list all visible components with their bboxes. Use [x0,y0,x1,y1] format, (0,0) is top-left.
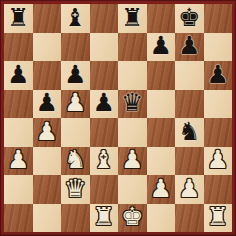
square-e3[interactable]: ♟ [118,147,147,176]
square-d8[interactable] [90,4,119,33]
square-b3[interactable] [33,147,62,176]
square-h3[interactable]: ♟ [204,147,233,176]
square-h1[interactable]: ♜ [204,204,233,233]
square-g5[interactable] [175,90,204,119]
square-c1[interactable] [61,204,90,233]
square-b6[interactable] [33,61,62,90]
square-h2[interactable] [204,175,233,204]
piece-black-pawn[interactable]: ♟ [150,33,172,58]
piece-black-queen[interactable]: ♛ [121,90,143,115]
square-d4[interactable] [90,118,119,147]
piece-black-pawn[interactable]: ♟ [36,90,58,115]
square-d3[interactable]: ♝ [90,147,119,176]
square-c8[interactable]: ♝ [61,4,90,33]
square-c4[interactable] [61,118,90,147]
square-g8[interactable]: ♚ [175,4,204,33]
square-f1[interactable] [147,204,176,233]
square-d2[interactable] [90,175,119,204]
piece-black-king[interactable]: ♚ [178,5,200,30]
square-g4[interactable]: ♞ [175,118,204,147]
square-b2[interactable] [33,175,62,204]
square-f8[interactable] [147,4,176,33]
square-g3[interactable] [175,147,204,176]
square-e4[interactable] [118,118,147,147]
square-f4[interactable] [147,118,176,147]
piece-black-pawn[interactable]: ♟ [93,90,115,115]
square-g6[interactable] [175,61,204,90]
square-c3[interactable]: ♞ [61,147,90,176]
piece-black-pawn[interactable]: ♟ [178,33,200,58]
square-h6[interactable]: ♟ [204,61,233,90]
square-b8[interactable] [33,4,62,33]
square-b1[interactable] [33,204,62,233]
piece-white-pawn[interactable]: ♟ [178,176,200,201]
square-a7[interactable] [4,33,33,62]
square-d1[interactable]: ♜ [90,204,119,233]
board: ♜♝♜♚♟♟♟♟♟♟♟♟♛♟♞♟♞♝♟♟♛♟♟♜♚♜ [4,4,232,232]
square-h4[interactable] [204,118,233,147]
square-a5[interactable] [4,90,33,119]
piece-white-bishop[interactable]: ♝ [93,147,115,172]
square-a6[interactable]: ♟ [4,61,33,90]
piece-black-pawn[interactable]: ♟ [64,62,86,87]
square-e6[interactable] [118,61,147,90]
piece-white-pawn[interactable]: ♟ [150,176,172,201]
piece-white-pawn[interactable]: ♟ [121,147,143,172]
square-g1[interactable] [175,204,204,233]
square-b4[interactable]: ♟ [33,118,62,147]
piece-white-king[interactable]: ♚ [121,204,143,229]
square-e2[interactable] [118,175,147,204]
piece-white-pawn[interactable]: ♟ [36,119,58,144]
piece-black-rook[interactable]: ♜ [7,5,29,30]
piece-white-knight[interactable]: ♞ [64,147,86,172]
square-a3[interactable]: ♟ [4,147,33,176]
square-d5[interactable]: ♟ [90,90,119,119]
piece-white-pawn[interactable]: ♟ [7,147,29,172]
piece-white-pawn[interactable]: ♟ [64,90,86,115]
square-b7[interactable] [33,33,62,62]
square-f2[interactable]: ♟ [147,175,176,204]
square-f7[interactable]: ♟ [147,33,176,62]
square-f3[interactable] [147,147,176,176]
square-c2[interactable]: ♛ [61,175,90,204]
piece-black-bishop[interactable]: ♝ [64,5,86,30]
piece-black-pawn[interactable]: ♟ [7,62,29,87]
square-h7[interactable] [204,33,233,62]
piece-black-knight[interactable]: ♞ [178,119,200,144]
square-e1[interactable]: ♚ [118,204,147,233]
piece-white-rook[interactable]: ♜ [207,204,229,229]
square-a8[interactable]: ♜ [4,4,33,33]
piece-white-queen[interactable]: ♛ [64,176,86,201]
square-h5[interactable] [204,90,233,119]
square-d6[interactable] [90,61,119,90]
square-h8[interactable] [204,4,233,33]
square-e5[interactable]: ♛ [118,90,147,119]
square-e7[interactable] [118,33,147,62]
square-a4[interactable] [4,118,33,147]
square-c6[interactable]: ♟ [61,61,90,90]
square-b5[interactable]: ♟ [33,90,62,119]
square-c5[interactable]: ♟ [61,90,90,119]
piece-white-rook[interactable]: ♜ [93,204,115,229]
square-c7[interactable] [61,33,90,62]
square-f5[interactable] [147,90,176,119]
piece-black-rook[interactable]: ♜ [121,5,143,30]
square-a1[interactable] [4,204,33,233]
square-g2[interactable]: ♟ [175,175,204,204]
board-frame: ♜♝♜♚♟♟♟♟♟♟♟♟♛♟♞♟♞♝♟♟♛♟♟♜♚♜ [0,0,236,236]
piece-white-pawn[interactable]: ♟ [207,147,229,172]
square-e8[interactable]: ♜ [118,4,147,33]
piece-black-pawn[interactable]: ♟ [207,62,229,87]
square-f6[interactable] [147,61,176,90]
square-g7[interactable]: ♟ [175,33,204,62]
square-d7[interactable] [90,33,119,62]
square-a2[interactable] [4,175,33,204]
